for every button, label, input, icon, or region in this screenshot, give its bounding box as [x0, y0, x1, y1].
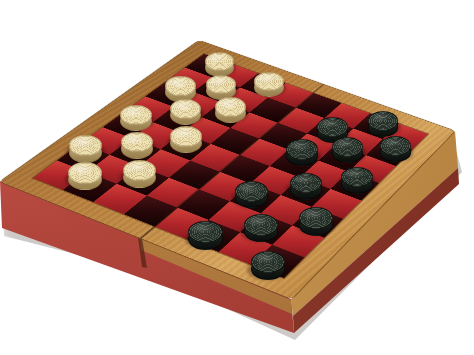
checker-black[interactable]: ⛂: [244, 214, 278, 243]
checker-black[interactable]: ⛂: [251, 251, 286, 280]
checker-white[interactable]: ⛀: [68, 162, 102, 190]
checker-white[interactable]: ⛀: [123, 160, 156, 188]
checker-black[interactable]: ⛂: [188, 221, 222, 250]
checker-black[interactable]: ⛂: [341, 167, 373, 194]
piece-top: [170, 126, 202, 146]
checker-white[interactable]: ⛀: [205, 52, 234, 77]
piece-top: [188, 221, 222, 243]
piece-top: [341, 167, 373, 188]
piece-top: [332, 137, 364, 157]
piece-top: [120, 105, 152, 125]
checker-black[interactable]: ⛂: [332, 137, 364, 164]
checker-white[interactable]: ⛀: [215, 97, 246, 123]
checker-white[interactable]: ⛀: [121, 132, 153, 159]
checker-black[interactable]: ⛂: [380, 136, 411, 162]
checker-black[interactable]: ⛂: [235, 181, 268, 209]
checker-black[interactable]: ⛂: [299, 207, 333, 235]
checker-black[interactable]: ⛂: [368, 111, 398, 137]
checker-white[interactable]: ⛀: [120, 105, 152, 131]
piece-top: [244, 214, 278, 236]
piece-top: [368, 111, 398, 130]
checkers-photo-scene: ⛀⛀⛀⛀⛀⛀⛀⛂⛂⛀⛀⛀⛂⛂⛂⛀⛀⛂⛂⛂⛂⛂⛂⛂: [0, 0, 474, 355]
checker-white[interactable]: ⛀: [69, 135, 102, 162]
piece-top: [206, 75, 236, 94]
checker-black[interactable]: ⛂: [286, 139, 318, 166]
checker-white[interactable]: ⛀: [254, 72, 284, 97]
piece-top: [170, 99, 201, 119]
piece-top: [205, 52, 234, 71]
piece-top: [317, 117, 348, 137]
piece-top: [254, 72, 284, 91]
checker-black[interactable]: ⛂: [290, 173, 323, 201]
piece-top: [215, 97, 246, 117]
piece-top: [235, 181, 268, 202]
piece-top: [68, 162, 102, 183]
piece-top: [299, 207, 333, 228]
checker-white[interactable]: ⛀: [170, 126, 202, 153]
piece-top: [69, 135, 102, 156]
checker-white[interactable]: ⛀: [170, 99, 201, 125]
piece-top: [380, 136, 411, 156]
piece-top: [286, 139, 318, 159]
piece-top: [165, 76, 195, 95]
pieces-layer: ⛀⛀⛀⛀⛀⛀⛀⛂⛂⛀⛀⛀⛂⛂⛂⛀⛀⛂⛂⛂⛂⛂⛂⛂: [0, 0, 474, 355]
